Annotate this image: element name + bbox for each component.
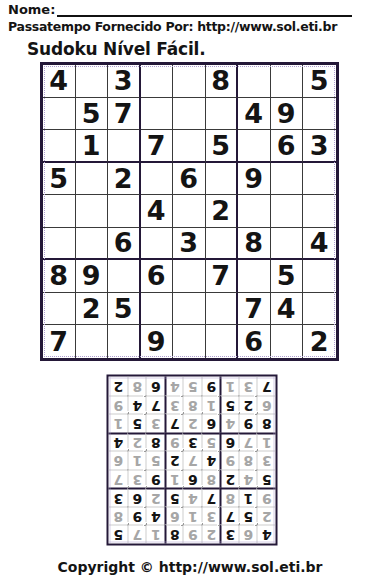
solution-cell-r1c7: 1 (146, 525, 165, 544)
cell-r1c1[interactable]: 4 (43, 65, 76, 98)
cell-r5c7[interactable] (238, 195, 271, 228)
cell-r2c7[interactable]: 4 (238, 98, 271, 131)
cell-r5c3[interactable] (108, 195, 141, 228)
solution-cell-r5c8: 1 (128, 451, 147, 470)
solution-cell-r5c1: 3 (257, 451, 276, 470)
solution-cell-r9c4: 9 (202, 377, 221, 396)
solution-cell-r2c9: 8 (109, 507, 128, 526)
cell-r7c8[interactable]: 5 (271, 260, 304, 293)
cell-r5c2[interactable] (76, 195, 109, 228)
solution-cell-r1c9: 5 (109, 525, 128, 544)
cell-r4c3[interactable]: 2 (108, 163, 141, 196)
cell-r9c1[interactable]: 7 (43, 325, 76, 358)
solution-cell-r1c2: 6 (239, 525, 258, 544)
solution-cell-r2c6: 6 (165, 507, 184, 526)
cell-r4c7[interactable]: 9 (238, 163, 271, 196)
cell-r7c7[interactable] (238, 260, 271, 293)
cell-r2c4[interactable] (141, 98, 174, 131)
solution-cell-r9c3: 1 (220, 377, 239, 396)
cell-r6c3[interactable]: 6 (108, 228, 141, 261)
cell-r4c9[interactable] (303, 163, 336, 196)
cell-r1c6[interactable]: 8 (206, 65, 239, 98)
solution-cell-r9c5: 5 (183, 377, 202, 396)
cell-r7c6[interactable]: 7 (206, 260, 239, 293)
solution-cell-r8c9: 9 (109, 396, 128, 415)
solution-cell-r2c4: 3 (202, 507, 221, 526)
sudoku-puzzle-grid: 438557491756352694263848967525747962 (40, 62, 339, 361)
cell-r6c5[interactable]: 3 (173, 228, 206, 261)
cell-r9c7[interactable]: 6 (238, 325, 271, 358)
cell-r9c6[interactable] (206, 325, 239, 358)
cell-r7c4[interactable]: 6 (141, 260, 174, 293)
solution-cell-r5c4: 4 (202, 451, 221, 470)
cell-r6c4[interactable] (141, 228, 174, 261)
solution-cell-r6c2: 7 (239, 433, 258, 452)
solution-cell-r3c5: 4 (183, 488, 202, 507)
cell-r5c6[interactable]: 2 (206, 195, 239, 228)
cell-r1c9[interactable]: 5 (303, 65, 336, 98)
solution-cell-r7c4: 6 (202, 414, 221, 433)
cell-r1c4[interactable] (141, 65, 174, 98)
solution-cell-r6c3: 6 (220, 433, 239, 452)
cell-r8c7[interactable]: 7 (238, 293, 271, 326)
page-title: Sudoku Nível Fácil. (27, 39, 205, 59)
solution-cell-r9c9: 2 (109, 377, 128, 396)
solution-cell-r9c2: 3 (239, 377, 258, 396)
cell-r2c8[interactable]: 9 (271, 98, 304, 131)
cell-r3c9[interactable]: 3 (303, 130, 336, 163)
cell-r6c1[interactable] (43, 228, 76, 261)
solution-cell-r4c6: 1 (165, 470, 184, 489)
cell-r8c5[interactable] (173, 293, 206, 326)
solution-cell-r4c9: 7 (109, 470, 128, 489)
solution-cell-r7c1: 8 (257, 414, 276, 433)
solution-cell-r3c8: 6 (128, 488, 147, 507)
solution-cell-r6c1: 1 (257, 433, 276, 452)
copyright-text: Copyright © http://www.sol.eti.br (0, 559, 380, 575)
solution-cell-r3c3: 8 (220, 488, 239, 507)
cell-r3c8[interactable]: 6 (271, 130, 304, 163)
cell-r3c5[interactable] (173, 130, 206, 163)
solution-cell-r1c1: 4 (257, 525, 276, 544)
solution-cell-r2c1: 2 (257, 507, 276, 526)
cell-r6c9[interactable]: 4 (303, 228, 336, 261)
solution-cell-r6c4: 5 (202, 433, 221, 452)
cell-r6c8[interactable] (271, 228, 304, 261)
solution-cell-r5c2: 8 (239, 451, 258, 470)
solution-cell-r8c4: 1 (202, 396, 221, 415)
solution-cell-r4c1: 5 (257, 470, 276, 489)
cell-r5c4[interactable]: 4 (141, 195, 174, 228)
provider-text: Passatempo Fornecido Por: http://www.sol… (8, 19, 337, 34)
cell-r8c9[interactable] (303, 293, 336, 326)
cell-r2c6[interactable] (206, 98, 239, 131)
cell-r9c8[interactable] (271, 325, 304, 358)
solution-cell-r3c9: 3 (109, 488, 128, 507)
cell-r5c9[interactable] (303, 195, 336, 228)
cell-r3c1[interactable] (43, 130, 76, 163)
solution-cell-r9c6: 4 (165, 377, 184, 396)
cell-r2c3[interactable]: 7 (108, 98, 141, 131)
cell-r8c1[interactable] (43, 293, 76, 326)
solution-cell-r5c7: 5 (146, 451, 165, 470)
solution-cell-r8c1: 6 (257, 396, 276, 415)
solution-cell-r3c1: 9 (257, 488, 276, 507)
solution-cell-r3c2: 1 (239, 488, 258, 507)
cell-r1c2[interactable] (76, 65, 109, 98)
cell-r9c9[interactable]: 2 (303, 325, 336, 358)
solution-cell-r7c3: 4 (220, 414, 239, 433)
solution-cell-r1c3: 3 (220, 525, 239, 544)
cell-r8c8[interactable]: 4 (271, 293, 304, 326)
cell-r4c5[interactable]: 6 (173, 163, 206, 196)
solution-cell-r3c4: 7 (202, 488, 221, 507)
cell-r1c5[interactable] (173, 65, 206, 98)
cell-r1c3[interactable]: 3 (108, 65, 141, 98)
solution-cell-r3c7: 2 (146, 488, 165, 507)
cell-r9c2[interactable] (76, 325, 109, 358)
solution-cell-r7c7: 3 (146, 414, 165, 433)
cell-r9c4[interactable]: 9 (141, 325, 174, 358)
cell-r9c5[interactable] (173, 325, 206, 358)
cell-r2c5[interactable] (173, 98, 206, 131)
solution-cell-r2c8: 9 (128, 507, 147, 526)
cell-r3c6[interactable]: 5 (206, 130, 239, 163)
cell-r6c7[interactable]: 8 (238, 228, 271, 261)
cell-r4c1[interactable]: 5 (43, 163, 76, 196)
cell-r1c7[interactable] (238, 65, 271, 98)
cell-r7c5[interactable] (173, 260, 206, 293)
solution-cell-r8c2: 2 (239, 396, 258, 415)
cell-r8c6[interactable] (206, 293, 239, 326)
solution-cell-r9c7: 6 (146, 377, 165, 396)
solution-cell-r8c3: 5 (220, 396, 239, 415)
cell-r8c4[interactable] (141, 293, 174, 326)
solution-cell-r1c8: 7 (128, 525, 147, 544)
cell-r4c6[interactable] (206, 163, 239, 196)
cell-r4c8[interactable] (271, 163, 304, 196)
cell-r7c3[interactable] (108, 260, 141, 293)
solution-cell-r7c6: 7 (165, 414, 184, 433)
solution-cell-r8c8: 4 (128, 396, 147, 415)
cell-r7c1[interactable]: 8 (43, 260, 76, 293)
solution-cell-r7c2: 9 (239, 414, 258, 433)
solution-cell-r2c2: 5 (239, 507, 258, 526)
solution-cell-r4c8: 3 (128, 470, 147, 489)
solution-cell-r4c7: 9 (146, 470, 165, 489)
solution-cell-r7c9: 1 (109, 414, 128, 433)
solution-cell-r4c5: 6 (183, 470, 202, 489)
solution-cell-r6c5: 3 (183, 433, 202, 452)
cell-r8c2[interactable]: 2 (76, 293, 109, 326)
solution-cell-r7c8: 5 (128, 414, 147, 433)
name-line: Nome: (8, 2, 352, 17)
sudoku-worksheet-page: Nome: Passatempo Fornecido Por: http://w… (0, 0, 380, 585)
cell-r9c3[interactable] (108, 325, 141, 358)
solution-cell-r6c6: 9 (165, 433, 184, 452)
solution-cell-r3c6: 5 (165, 488, 184, 507)
cell-r2c2[interactable]: 5 (76, 98, 109, 131)
solution-cell-r2c5: 1 (183, 507, 202, 526)
solution-cell-r5c9: 6 (109, 451, 128, 470)
cell-r5c1[interactable] (43, 195, 76, 228)
solution-cell-r4c3: 2 (220, 470, 239, 489)
cell-r1c8[interactable] (271, 65, 304, 98)
cell-r5c5[interactable] (173, 195, 206, 228)
solution-cell-r6c8: 2 (128, 433, 147, 452)
cell-r3c7[interactable] (238, 130, 271, 163)
name-blank-line[interactable] (57, 2, 352, 17)
cell-r6c6[interactable] (206, 228, 239, 261)
solution-cell-r9c8: 8 (128, 377, 147, 396)
solution-cell-r4c4: 8 (202, 470, 221, 489)
solution-cell-r1c6: 8 (165, 525, 184, 544)
cell-r6c2[interactable] (76, 228, 109, 261)
cell-r3c4[interactable]: 7 (141, 130, 174, 163)
cell-r7c2[interactable]: 9 (76, 260, 109, 293)
solution-cell-r7c5: 2 (183, 414, 202, 433)
solution-cell-r2c7: 4 (146, 507, 165, 526)
solution-cell-r5c6: 2 (165, 451, 184, 470)
name-label: Nome: (8, 2, 55, 17)
solution-cell-r6c9: 4 (109, 433, 128, 452)
solution-cell-r9c1: 7 (257, 377, 276, 396)
solution-cell-r1c5: 9 (183, 525, 202, 544)
cell-r2c9[interactable] (303, 98, 336, 131)
solution-cell-r4c2: 4 (239, 470, 258, 489)
solution-cell-r5c5: 7 (183, 451, 202, 470)
solution-cell-r8c7: 7 (146, 396, 165, 415)
cell-r8c3[interactable]: 5 (108, 293, 141, 326)
sudoku-solution-grid-upside-down: 4632981752573164989187452635428619373894… (107, 375, 278, 546)
solution-cell-r8c6: 3 (165, 396, 184, 415)
cell-r4c4[interactable] (141, 163, 174, 196)
solution-cell-r8c5: 8 (183, 396, 202, 415)
solution-cell-r6c7: 8 (146, 433, 165, 452)
cell-r2c1[interactable] (43, 98, 76, 131)
solution-cell-r5c3: 9 (220, 451, 239, 470)
solution-cell-r1c4: 2 (202, 525, 221, 544)
cell-r3c3[interactable] (108, 130, 141, 163)
cell-r7c9[interactable] (303, 260, 336, 293)
cell-r3c2[interactable]: 1 (76, 130, 109, 163)
solution-cell-r2c3: 7 (220, 507, 239, 526)
cell-r4c2[interactable] (76, 163, 109, 196)
cell-r5c8[interactable] (271, 195, 304, 228)
